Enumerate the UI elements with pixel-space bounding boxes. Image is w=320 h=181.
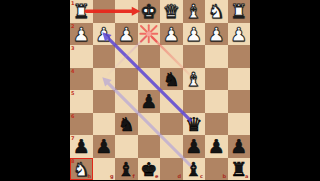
chess-board[interactable]: ♜♚♛♝♞♜♟♟♟♟♟♟♟♞♝♟♞♛♟♟♟♟♟♞♝♚♝♜ 12345678hgf… [70,0,250,180]
square-h5[interactable] [70,90,93,113]
square-b6[interactable] [205,113,228,136]
square-c2[interactable]: ♟ [183,23,206,46]
white-pawn-f2[interactable]: ♟ [115,22,138,45]
black-pawn-c7[interactable]: ♟ [183,135,206,158]
square-b1[interactable]: ♞ [205,0,228,23]
square-g3[interactable] [93,45,116,68]
square-a6[interactable] [228,113,251,136]
white-pawn-d2[interactable]: ♟ [160,22,183,45]
square-e8[interactable]: ♚ [138,158,161,181]
black-pawn-b7[interactable]: ♟ [205,135,228,158]
square-b5[interactable] [205,90,228,113]
square-g5[interactable] [93,90,116,113]
square-a3[interactable] [228,45,251,68]
white-bishop-c1[interactable]: ♝ [183,0,206,22]
square-e5[interactable]: ♟ [138,90,161,113]
square-b8[interactable] [205,158,228,181]
white-queen-d1[interactable]: ♛ [160,0,183,22]
white-king-e1[interactable]: ♚ [138,0,161,22]
square-f3[interactable] [115,45,138,68]
square-d2[interactable]: ♟ [160,23,183,46]
square-e6[interactable] [138,113,161,136]
black-bishop-c8[interactable]: ♝ [183,157,206,180]
square-d5[interactable] [160,90,183,113]
square-e2[interactable] [138,23,161,46]
square-d1[interactable]: ♛ [160,0,183,23]
white-pawn-b2[interactable]: ♟ [205,22,228,45]
black-rook-a8[interactable]: ♜ [228,157,251,180]
square-f7[interactable] [115,135,138,158]
square-g4[interactable] [93,68,116,91]
white-bishop-c4[interactable]: ♝ [183,67,206,90]
square-a1[interactable]: ♜ [228,0,251,23]
square-c3[interactable] [183,45,206,68]
square-f1[interactable] [115,0,138,23]
square-h3[interactable] [70,45,93,68]
square-e4[interactable] [138,68,161,91]
square-b7[interactable]: ♟ [205,135,228,158]
square-f6[interactable]: ♞ [115,113,138,136]
white-knight-h8[interactable]: ♞ [70,157,93,180]
square-f4[interactable] [115,68,138,91]
square-h2[interactable]: ♟ [70,23,93,46]
square-d4[interactable]: ♞ [160,68,183,91]
square-b2[interactable]: ♟ [205,23,228,46]
black-queen-c6[interactable]: ♛ [183,112,206,135]
white-pawn-g2[interactable]: ♟ [93,22,116,45]
square-h4[interactable] [70,68,93,91]
square-h6[interactable] [70,113,93,136]
square-a8[interactable]: ♜ [228,158,251,181]
square-a7[interactable]: ♟ [228,135,251,158]
square-g6[interactable] [93,113,116,136]
square-g1[interactable] [93,0,116,23]
white-rook-a1[interactable]: ♜ [228,0,251,22]
board-squares[interactable]: ♜♚♛♝♞♜♟♟♟♟♟♟♟♞♝♟♞♛♟♟♟♟♟♞♝♚♝♜ [70,0,250,180]
square-c7[interactable]: ♟ [183,135,206,158]
square-g7[interactable]: ♟ [93,135,116,158]
white-pawn-c2[interactable]: ♟ [183,22,206,45]
white-pawn-h2[interactable]: ♟ [70,22,93,45]
black-knight-d4[interactable]: ♞ [160,67,183,90]
black-pawn-e5[interactable]: ♟ [138,90,161,113]
square-c4[interactable]: ♝ [183,68,206,91]
square-d7[interactable] [160,135,183,158]
square-e7[interactable] [138,135,161,158]
black-bishop-f8[interactable]: ♝ [115,157,138,180]
black-pawn-a7[interactable]: ♟ [228,135,251,158]
white-knight-b1[interactable]: ♞ [205,0,228,22]
square-a5[interactable] [228,90,251,113]
black-king-e8[interactable]: ♚ [138,157,161,180]
video-frame: ♜♚♛♝♞♜♟♟♟♟♟♟♟♞♝♟♞♛♟♟♟♟♟♞♝♚♝♜ 12345678hgf… [0,0,320,180]
square-c6[interactable]: ♛ [183,113,206,136]
square-c8[interactable]: ♝ [183,158,206,181]
square-b4[interactable] [205,68,228,91]
square-h8[interactable]: ♞ [70,158,93,181]
square-f5[interactable] [115,90,138,113]
square-a2[interactable]: ♟ [228,23,251,46]
square-f2[interactable]: ♟ [115,23,138,46]
square-e3[interactable] [138,45,161,68]
square-d3[interactable] [160,45,183,68]
square-h1[interactable]: ♜ [70,0,93,23]
square-d6[interactable] [160,113,183,136]
square-a4[interactable] [228,68,251,91]
square-c5[interactable] [183,90,206,113]
square-g8[interactable] [93,158,116,181]
white-pawn-a2[interactable]: ♟ [228,22,251,45]
square-e1[interactable]: ♚ [138,0,161,23]
square-h7[interactable]: ♟ [70,135,93,158]
black-knight-f6[interactable]: ♞ [115,112,138,135]
square-g2[interactable]: ♟ [93,23,116,46]
black-pawn-g7[interactable]: ♟ [93,135,116,158]
square-d8[interactable] [160,158,183,181]
square-f8[interactable]: ♝ [115,158,138,181]
black-pawn-h7[interactable]: ♟ [70,135,93,158]
square-b3[interactable] [205,45,228,68]
white-rook-h1[interactable]: ♜ [70,0,93,22]
square-c1[interactable]: ♝ [183,0,206,23]
